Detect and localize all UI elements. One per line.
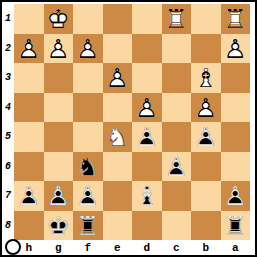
black-pawn-icon: ♙: [191, 122, 221, 152]
file-label-a: a: [221, 240, 251, 255]
square-f7[interactable]: ♟♙: [73, 181, 103, 211]
square-e5[interactable]: ♞♘: [103, 122, 133, 152]
square-g8[interactable]: ♚♔: [44, 211, 74, 241]
file-label-f: f: [73, 240, 103, 255]
square-c5[interactable]: [162, 122, 192, 152]
square-c2[interactable]: [162, 34, 192, 64]
square-c1[interactable]: ♜♖: [162, 4, 192, 34]
square-h3[interactable]: [14, 63, 44, 93]
rank-labels: 12345678: [2, 4, 14, 240]
square-b6[interactable]: [191, 152, 221, 182]
rank-label-1: 1: [2, 4, 14, 34]
black-pawn-icon: ♙: [44, 181, 74, 211]
black-pawn-base: ♟: [162, 152, 192, 182]
square-f1[interactable]: [73, 4, 103, 34]
square-f6[interactable]: ♞♘: [73, 152, 103, 182]
square-f3[interactable]: [73, 63, 103, 93]
black-knight-icon: ♘: [73, 152, 103, 182]
rank-label-3: 3: [2, 63, 14, 93]
file-label-c: c: [162, 240, 192, 255]
square-d4[interactable]: ♟♙: [132, 93, 162, 123]
square-g1[interactable]: ♚♔: [44, 4, 74, 34]
white-bishop-icon: ♗: [191, 63, 221, 93]
board-panel: 12345678 ♚♔♜♖♜♖♟♙♟♙♟♙♟♙♟♙♝♗♟♙♟♙♞♘♟♙♟♙♞♘♟…: [2, 2, 255, 255]
black-pawn-icon: ♙: [14, 181, 44, 211]
chess-board: ♚♔♜♖♜♖♟♙♟♙♟♙♟♙♟♙♝♗♟♙♟♙♞♘♟♙♟♙♞♘♟♙♟♙♟♙♟♙♝♗…: [14, 4, 250, 240]
square-b3[interactable]: ♝♗: [191, 63, 221, 93]
white-to-move-indicator: [5, 239, 21, 255]
square-h4[interactable]: [14, 93, 44, 123]
white-pawn-base: ♟: [103, 63, 133, 93]
black-pawn-base: ♟: [132, 122, 162, 152]
square-h2[interactable]: ♟♙: [14, 34, 44, 64]
white-pawn-icon: ♙: [103, 63, 133, 93]
white-pawn-base: ♟: [221, 34, 251, 64]
file-label-e: e: [103, 240, 133, 255]
white-pawn-base: ♟: [191, 93, 221, 123]
square-h8[interactable]: [14, 211, 44, 241]
square-f4[interactable]: [73, 93, 103, 123]
square-e2[interactable]: [103, 34, 133, 64]
white-king-icon: ♔: [44, 4, 74, 34]
rank-label-6: 6: [2, 152, 14, 182]
black-bishop-icon: ♗: [132, 181, 162, 211]
white-rook-icon: ♖: [162, 4, 192, 34]
square-d5[interactable]: ♟♙: [132, 122, 162, 152]
square-b7[interactable]: [191, 181, 221, 211]
square-h6[interactable]: [14, 152, 44, 182]
white-pawn-icon: ♙: [191, 93, 221, 123]
white-rook-icon: ♖: [221, 4, 251, 34]
square-f2[interactable]: ♟♙: [73, 34, 103, 64]
square-g3[interactable]: [44, 63, 74, 93]
white-pawn-icon: ♙: [132, 93, 162, 123]
square-g2[interactable]: ♟♙: [44, 34, 74, 64]
square-g7[interactable]: ♟♙: [44, 181, 74, 211]
square-e4[interactable]: [103, 93, 133, 123]
square-e6[interactable]: [103, 152, 133, 182]
square-h7[interactable]: ♟♙: [14, 181, 44, 211]
rank-label-8: 8: [2, 211, 14, 241]
white-pawn-base: ♟: [44, 34, 74, 64]
rank-label-5: 5: [2, 122, 14, 152]
square-g5[interactable]: [44, 122, 74, 152]
white-pawn-icon: ♙: [73, 34, 103, 64]
square-b1[interactable]: [191, 4, 221, 34]
black-pawn-base: ♟: [14, 181, 44, 211]
square-c3[interactable]: [162, 63, 192, 93]
black-pawn-icon: ♙: [73, 181, 103, 211]
black-pawn-icon: ♙: [221, 181, 251, 211]
black-bishop-base: ♝: [132, 181, 162, 211]
white-pawn-icon: ♙: [14, 34, 44, 64]
square-e3[interactable]: ♟♙: [103, 63, 133, 93]
white-rook-base: ♜: [162, 4, 192, 34]
diagram-frame: 12345678 ♚♔♜♖♜♖♟♙♟♙♟♙♟♙♟♙♝♗♟♙♟♙♞♘♟♙♟♙♞♘♟…: [0, 0, 257, 257]
square-e7[interactable]: [103, 181, 133, 211]
file-label-g: g: [44, 240, 74, 255]
file-label-d: d: [132, 240, 162, 255]
square-d3[interactable]: [132, 63, 162, 93]
file-labels: hgfedcba: [14, 240, 250, 255]
square-a8[interactable]: ♜♖: [221, 211, 251, 241]
square-g4[interactable]: [44, 93, 74, 123]
black-rook-icon: ♖: [221, 211, 251, 241]
black-rook-base: ♜: [221, 211, 251, 241]
square-e1[interactable]: [103, 4, 133, 34]
square-b2[interactable]: [191, 34, 221, 64]
square-a6[interactable]: [221, 152, 251, 182]
square-d6[interactable]: [132, 152, 162, 182]
white-pawn-base: ♟: [14, 34, 44, 64]
square-e8[interactable]: [103, 211, 133, 241]
square-d7[interactable]: ♝♗: [132, 181, 162, 211]
black-king-icon: ♔: [44, 211, 74, 241]
square-d1[interactable]: [132, 4, 162, 34]
square-c7[interactable]: [162, 181, 192, 211]
black-pawn-base: ♟: [191, 122, 221, 152]
square-d8[interactable]: [132, 211, 162, 241]
square-b4[interactable]: ♟♙: [191, 93, 221, 123]
white-king-base: ♚: [44, 4, 74, 34]
black-knight-base: ♞: [73, 152, 103, 182]
file-label-b: b: [191, 240, 221, 255]
square-f5[interactable]: [73, 122, 103, 152]
white-pawn-base: ♟: [132, 93, 162, 123]
square-d2[interactable]: [132, 34, 162, 64]
white-knight-icon: ♘: [103, 122, 133, 152]
white-knight-base: ♞: [103, 122, 133, 152]
rank-label-7: 7: [2, 181, 14, 211]
square-c4[interactable]: [162, 93, 192, 123]
black-rook-icon: ♖: [73, 211, 103, 241]
square-h5[interactable]: [14, 122, 44, 152]
white-pawn-icon: ♙: [44, 34, 74, 64]
white-bishop-base: ♝: [191, 63, 221, 93]
square-g6[interactable]: [44, 152, 74, 182]
square-a7[interactable]: ♟♙: [221, 181, 251, 211]
square-b8[interactable]: [191, 211, 221, 241]
white-rook-base: ♜: [221, 4, 251, 34]
square-a1[interactable]: ♜♖: [221, 4, 251, 34]
white-pawn-base: ♟: [73, 34, 103, 64]
square-c6[interactable]: ♟♙: [162, 152, 192, 182]
square-a3[interactable]: [221, 63, 251, 93]
rank-label-4: 4: [2, 93, 14, 123]
black-pawn-base: ♟: [73, 181, 103, 211]
black-pawn-icon: ♙: [132, 122, 162, 152]
black-king-base: ♚: [44, 211, 74, 241]
square-b5[interactable]: ♟♙: [191, 122, 221, 152]
rank-label-2: 2: [2, 34, 14, 64]
black-rook-base: ♜: [73, 211, 103, 241]
square-c8[interactable]: [162, 211, 192, 241]
white-pawn-icon: ♙: [221, 34, 251, 64]
square-h1[interactable]: [14, 4, 44, 34]
black-pawn-base: ♟: [44, 181, 74, 211]
square-f8[interactable]: ♜♖: [73, 211, 103, 241]
black-pawn-base: ♟: [221, 181, 251, 211]
black-pawn-icon: ♙: [162, 152, 192, 182]
square-a5[interactable]: [221, 122, 251, 152]
square-a2[interactable]: ♟♙: [221, 34, 251, 64]
square-a4[interactable]: [221, 93, 251, 123]
